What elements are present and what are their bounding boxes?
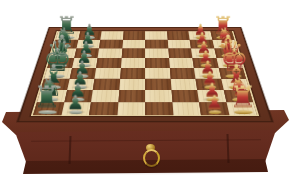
board-grid: ♜♟♟♜♞♟♟♞♝♟♟♝♛♟♟♛♚♟♟♚♝♟♟♝♞♟♟♞♜♟♟♜ xyxy=(33,31,257,115)
green-rook: ♜ xyxy=(33,82,62,114)
square: ♜ xyxy=(33,102,64,115)
square: ♜ xyxy=(226,102,257,115)
piece-glyph: ♜ xyxy=(33,82,62,112)
square xyxy=(91,90,119,102)
square xyxy=(145,58,169,68)
piece-glyph: ♟ xyxy=(200,93,229,113)
square xyxy=(119,79,145,90)
square xyxy=(121,58,145,68)
square: ♟ xyxy=(199,102,229,115)
square xyxy=(171,90,199,102)
square xyxy=(167,40,191,49)
product-photo: ♜♟♟♜♞♟♟♞♝♟♟♝♛♟♟♛♚♟♟♚♝♟♟♝♞♟♟♞♜♟♟♜ xyxy=(0,0,290,176)
red-pawn: ♟ xyxy=(200,93,229,115)
square xyxy=(145,48,169,57)
drawer-ring-handle-icon xyxy=(143,149,160,167)
square xyxy=(145,31,167,39)
square xyxy=(145,90,172,102)
square xyxy=(117,102,145,115)
square xyxy=(169,58,194,68)
red-rook: ♜ xyxy=(228,82,257,114)
square xyxy=(120,68,145,79)
green-pawn: ♟ xyxy=(61,93,90,115)
piece-glyph: ♟ xyxy=(61,93,90,113)
square xyxy=(145,102,173,115)
square xyxy=(121,48,145,57)
square xyxy=(122,40,145,49)
square xyxy=(168,48,192,57)
square xyxy=(169,68,195,79)
board-scene: ♜♟♟♜♞♟♟♞♝♟♟♝♛♟♟♛♚♟♟♚♝♟♟♝♞♟♟♞♜♟♟♜ xyxy=(17,14,273,122)
square xyxy=(123,31,145,39)
square xyxy=(145,79,171,90)
piece-glyph: ♜ xyxy=(228,82,257,112)
square xyxy=(89,102,118,115)
square xyxy=(99,40,123,49)
square xyxy=(170,79,197,90)
square xyxy=(96,58,121,68)
square xyxy=(172,102,201,115)
square xyxy=(167,31,190,39)
square xyxy=(95,68,121,79)
chess-board: ♜♟♟♜♞♟♟♞♝♟♟♝♛♟♟♛♚♟♟♚♝♟♟♝♞♟♟♞♜♟♟♜ xyxy=(17,27,273,122)
square xyxy=(98,48,122,57)
square xyxy=(145,68,170,79)
square xyxy=(100,31,123,39)
square xyxy=(145,40,168,49)
square xyxy=(93,79,120,90)
square: ♟ xyxy=(61,102,91,115)
square xyxy=(118,90,145,102)
